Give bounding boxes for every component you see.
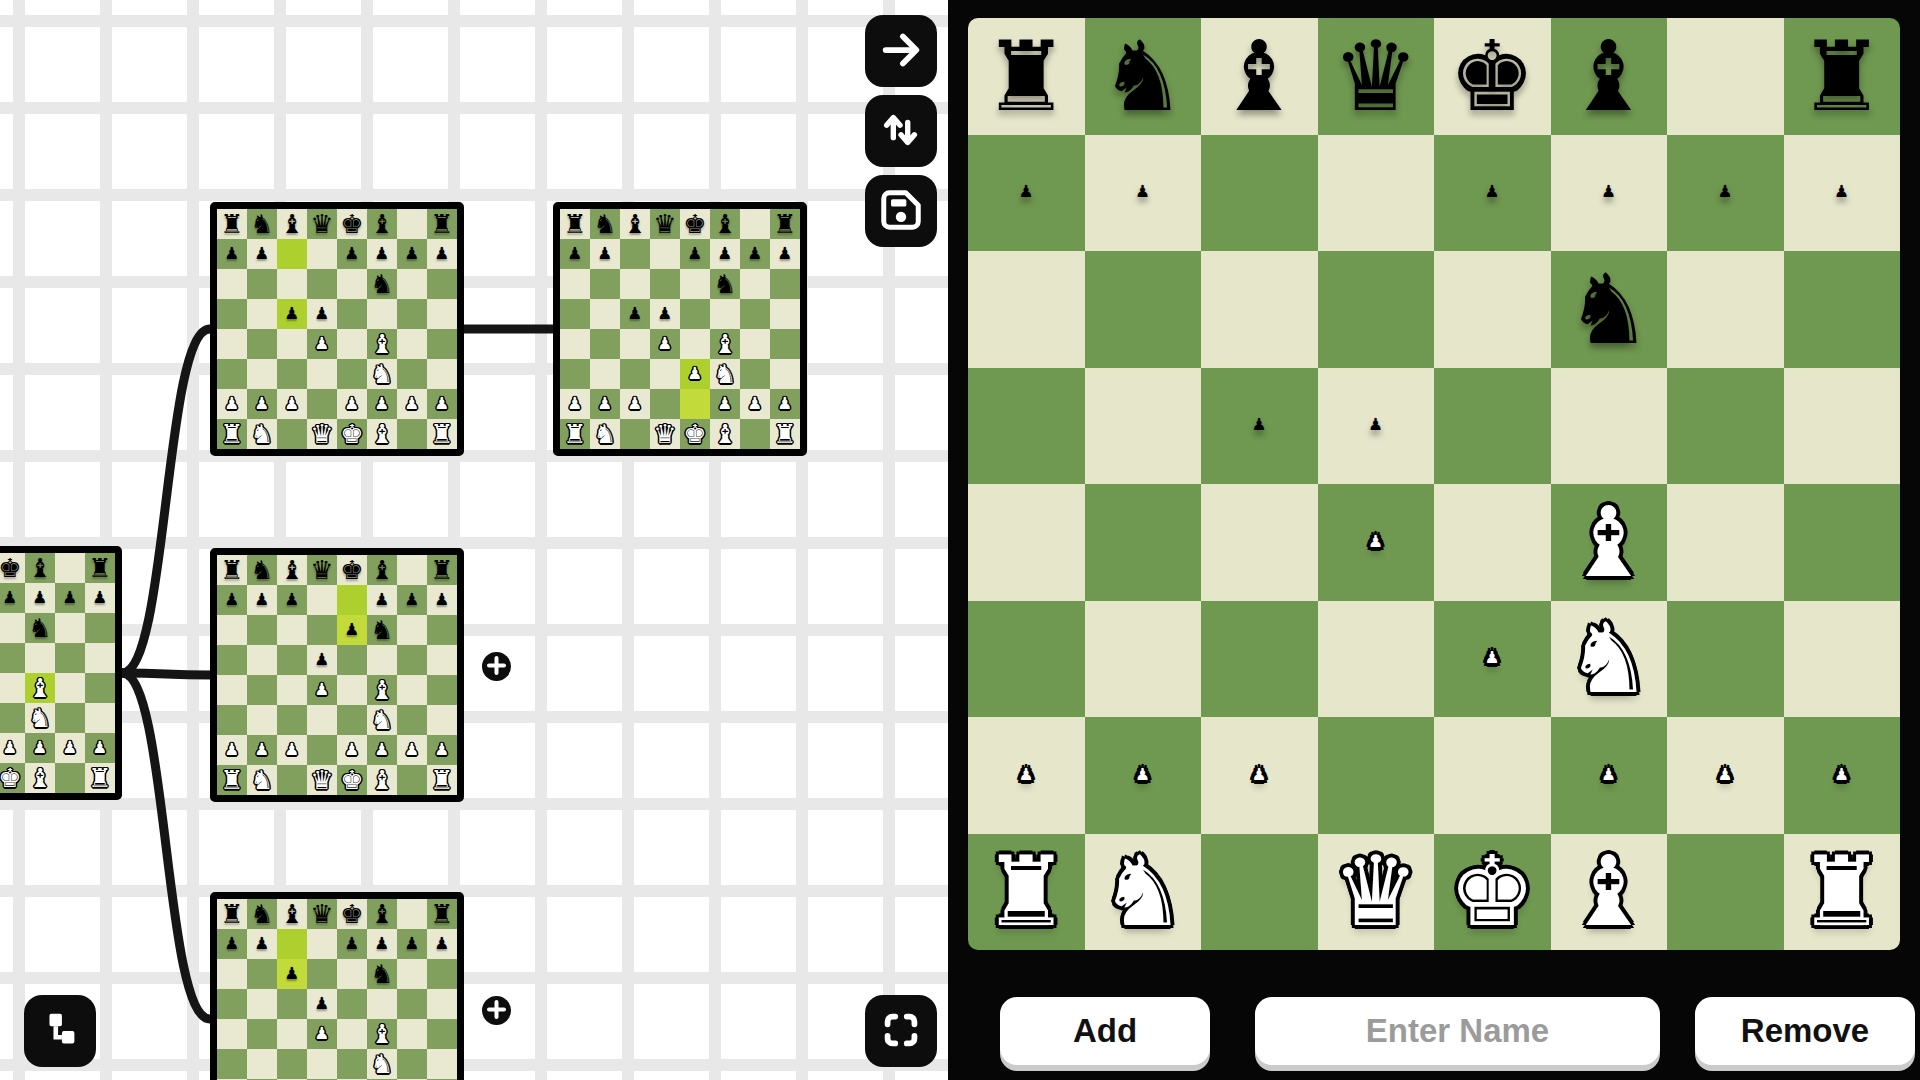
tree-edge-root-c5 — [122, 329, 210, 673]
mini-square: ♚ — [337, 765, 367, 795]
mini-square — [25, 643, 55, 673]
white-pawn: ♟ — [628, 396, 643, 413]
white-pawn: ♟ — [1368, 534, 1383, 551]
black-king: ♚ — [340, 901, 363, 927]
mini-square — [247, 645, 277, 675]
mini-square: ♝ — [277, 899, 307, 929]
black-pawn: ♟ — [435, 592, 450, 609]
black-knight: ♞ — [1565, 261, 1652, 358]
mini-square — [337, 675, 367, 705]
mini-square: ♜ — [85, 763, 115, 793]
mini-square — [740, 299, 770, 329]
mini-square — [0, 643, 25, 673]
black-knight: ♞ — [250, 557, 273, 583]
black-bishop: ♝ — [280, 557, 303, 583]
mini-square — [337, 359, 367, 389]
tree-node-board-root[interactable]: ♜♞♝♛♚♝♜♟♟♟♟♟♟♟♞♟♟♝♞♟♟♟♟♟♟♟♜♞♛♚♝♜ — [0, 546, 122, 800]
white-knight: ♞ — [1565, 610, 1652, 707]
white-rook: ♜ — [220, 421, 243, 447]
black-pawn: ♟ — [93, 590, 108, 607]
square-c2[interactable]: ♟ — [1201, 717, 1318, 834]
square-g4[interactable] — [1667, 484, 1784, 601]
mini-square: ♟ — [247, 239, 277, 269]
mini-square — [427, 1049, 457, 1079]
black-pawn: ♟ — [405, 246, 420, 263]
mini-square: ♞ — [247, 419, 277, 449]
mini-square: ♟ — [397, 929, 427, 959]
mini-square — [307, 735, 337, 765]
mini-square — [337, 329, 367, 359]
black-king: ♚ — [1449, 28, 1536, 125]
mini-square — [620, 359, 650, 389]
mini-square: ♟ — [397, 735, 427, 765]
mini-square — [55, 703, 85, 733]
mini-square: ♟ — [85, 733, 115, 763]
square-b3[interactable] — [1085, 601, 1202, 718]
mini-square: ♚ — [337, 555, 367, 585]
mini-square — [397, 269, 427, 299]
mini-square: ♝ — [367, 1019, 397, 1049]
square-h3[interactable] — [1784, 601, 1901, 718]
square-d7[interactable] — [1318, 135, 1435, 252]
square-h6[interactable] — [1784, 251, 1901, 368]
square-b7[interactable]: ♟ — [1085, 135, 1202, 252]
mini-square: ♟ — [277, 959, 307, 989]
square-d3[interactable] — [1318, 601, 1435, 718]
white-pawn: ♟ — [1601, 767, 1616, 784]
mini-square: ♟ — [427, 585, 457, 615]
mini-square — [680, 269, 710, 299]
black-pawn: ♟ — [315, 652, 330, 669]
square-f3[interactable]: ♞ — [1551, 601, 1668, 718]
plus-icon — [482, 995, 511, 1027]
mini-square: ♞ — [710, 359, 740, 389]
white-bishop: ♝ — [370, 421, 393, 447]
remove-button[interactable]: Remove — [1695, 997, 1915, 1065]
black-pawn: ♟ — [285, 966, 300, 983]
square-c8[interactable]: ♝ — [1201, 18, 1318, 135]
square-e2[interactable] — [1434, 717, 1551, 834]
mini-square: ♟ — [337, 239, 367, 269]
mini-square — [397, 359, 427, 389]
mini-square — [0, 613, 25, 643]
square-f5[interactable] — [1551, 368, 1668, 485]
mini-square: ♟ — [770, 239, 800, 269]
square-g7[interactable]: ♟ — [1667, 135, 1784, 252]
black-pawn: ♟ — [658, 306, 673, 323]
mini-square: ♝ — [620, 209, 650, 239]
square-b8[interactable]: ♞ — [1085, 18, 1202, 135]
square-g1[interactable] — [1667, 834, 1784, 951]
focus-frame-button[interactable] — [865, 995, 937, 1067]
white-pawn: ♟ — [375, 396, 390, 413]
mini-square: ♟ — [427, 239, 457, 269]
mini-square — [247, 615, 277, 645]
square-e4[interactable] — [1434, 484, 1551, 601]
white-pawn: ♟ — [255, 742, 270, 759]
square-a5[interactable] — [968, 368, 1085, 485]
mini-square: ♟ — [397, 239, 427, 269]
white-pawn: ♟ — [285, 742, 300, 759]
mini-square: ♟ — [397, 389, 427, 419]
square-c1[interactable] — [1201, 834, 1318, 951]
square-f2[interactable]: ♟ — [1551, 717, 1668, 834]
mini-square: ♜ — [770, 209, 800, 239]
white-rook: ♜ — [773, 421, 796, 447]
black-rook: ♜ — [430, 557, 453, 583]
square-b2[interactable]: ♟ — [1085, 717, 1202, 834]
square-d8[interactable]: ♛ — [1318, 18, 1435, 135]
square-d4[interactable]: ♟ — [1318, 484, 1435, 601]
mini-square: ♝ — [277, 555, 307, 585]
mini-square — [397, 299, 427, 329]
white-bishop: ♝ — [370, 677, 393, 703]
white-knight: ♞ — [370, 707, 393, 733]
mini-square — [397, 555, 427, 585]
mini-square — [277, 269, 307, 299]
black-king: ♚ — [340, 557, 363, 583]
square-e7[interactable]: ♟ — [1434, 135, 1551, 252]
mini-square: ♝ — [367, 765, 397, 795]
square-b4[interactable] — [1085, 484, 1202, 601]
mini-square: ♟ — [85, 583, 115, 613]
white-rook: ♜ — [220, 767, 243, 793]
mini-square: ♟ — [307, 299, 337, 329]
mini-square — [427, 359, 457, 389]
tree-overview-button[interactable] — [24, 995, 96, 1067]
swap-vertical-button[interactable] — [865, 95, 937, 167]
mini-square — [307, 1049, 337, 1079]
mini-square — [427, 269, 457, 299]
black-knight: ♞ — [1099, 28, 1186, 125]
white-knight: ♞ — [370, 1051, 393, 1077]
main-board[interactable]: ♜♞♝♛♚♝♜♟♟♟♟♟♟♞♟♟♟♝♟♞♟♟♟♟♟♟♜♞♛♚♝♜ — [968, 18, 1900, 950]
add-child-node-button[interactable] — [482, 996, 511, 1025]
black-pawn: ♟ — [568, 246, 583, 263]
white-pawn: ♟ — [285, 396, 300, 413]
editor-action-bar: Add Remove — [948, 950, 1920, 1080]
black-knight: ♞ — [370, 271, 393, 297]
square-g3[interactable] — [1667, 601, 1784, 718]
mini-square — [85, 673, 115, 703]
mini-square: ♟ — [0, 733, 25, 763]
black-pawn: ♟ — [748, 246, 763, 263]
white-rook: ♜ — [88, 765, 111, 791]
white-pawn: ♟ — [1485, 650, 1500, 667]
mini-square — [277, 1019, 307, 1049]
white-pawn: ♟ — [688, 366, 703, 383]
black-pawn: ♟ — [255, 246, 270, 263]
white-bishop: ♝ — [370, 1021, 393, 1047]
mini-square — [55, 673, 85, 703]
square-e1[interactable]: ♚ — [1434, 834, 1551, 951]
mini-square — [397, 615, 427, 645]
square-a7[interactable]: ♟ — [968, 135, 1085, 252]
white-bishop: ♝ — [1565, 843, 1652, 940]
board-editor-panel: ♜♞♝♛♚♝♜♟♟♟♟♟♟♞♟♟♟♝♟♞♟♟♟♟♟♟♜♞♛♚♝♜ Add Rem… — [948, 0, 1920, 1080]
square-h4[interactable] — [1784, 484, 1901, 601]
mini-square — [277, 645, 307, 675]
mini-square — [247, 959, 277, 989]
mini-square — [770, 269, 800, 299]
white-pawn: ♟ — [1718, 767, 1733, 784]
mini-square — [397, 1019, 427, 1049]
white-pawn: ♟ — [375, 742, 390, 759]
mini-square: ♝ — [710, 209, 740, 239]
mini-square — [55, 763, 85, 793]
black-bishop: ♝ — [713, 211, 736, 237]
square-d1[interactable]: ♛ — [1318, 834, 1435, 951]
mini-square — [247, 989, 277, 1019]
mini-square — [427, 705, 457, 735]
mini-square — [247, 1019, 277, 1049]
black-pawn: ♟ — [628, 306, 643, 323]
mini-square: ♟ — [680, 239, 710, 269]
square-c5[interactable]: ♟ — [1201, 368, 1318, 485]
mini-square: ♟ — [307, 645, 337, 675]
add-button[interactable]: Add — [1000, 997, 1210, 1065]
mini-square — [277, 419, 307, 449]
square-f8[interactable]: ♝ — [1551, 18, 1668, 135]
white-bishop: ♝ — [370, 331, 393, 357]
mini-square: ♜ — [427, 419, 457, 449]
square-c3[interactable] — [1201, 601, 1318, 718]
square-a8[interactable]: ♜ — [968, 18, 1085, 135]
mini-square — [397, 645, 427, 675]
square-b5[interactable] — [1085, 368, 1202, 485]
square-d6[interactable] — [1318, 251, 1435, 368]
mini-square — [277, 989, 307, 1019]
mini-square — [247, 1049, 277, 1079]
white-pawn: ♟ — [225, 742, 240, 759]
mini-square — [217, 615, 247, 645]
black-pawn: ♟ — [1834, 184, 1849, 201]
mini-square: ♟ — [650, 329, 680, 359]
white-knight: ♞ — [370, 361, 393, 387]
black-bishop: ♝ — [623, 211, 646, 237]
mini-square: ♟ — [277, 389, 307, 419]
black-rook: ♜ — [430, 211, 453, 237]
white-queen: ♛ — [310, 421, 333, 447]
mini-square: ♝ — [710, 329, 740, 359]
mini-square — [217, 675, 247, 705]
focus-frame-icon — [878, 1007, 924, 1056]
white-king: ♚ — [1449, 843, 1536, 940]
black-pawn: ♟ — [345, 246, 360, 263]
mini-square: ♟ — [307, 675, 337, 705]
save-icon — [878, 187, 924, 236]
white-queen: ♛ — [310, 767, 333, 793]
square-b1[interactable]: ♞ — [1085, 834, 1202, 951]
square-g6[interactable] — [1667, 251, 1784, 368]
mini-square — [337, 585, 367, 615]
white-pawn: ♟ — [435, 396, 450, 413]
square-f4[interactable]: ♝ — [1551, 484, 1668, 601]
mini-square: ♜ — [217, 899, 247, 929]
square-f6[interactable]: ♞ — [1551, 251, 1668, 368]
square-g2[interactable]: ♟ — [1667, 717, 1784, 834]
mini-square: ♚ — [680, 209, 710, 239]
mini-square — [337, 1019, 367, 1049]
mini-square — [590, 359, 620, 389]
mini-square: ♛ — [307, 419, 337, 449]
mini-square: ♝ — [367, 329, 397, 359]
mini-square — [307, 585, 337, 615]
white-king: ♚ — [340, 421, 363, 447]
mini-square — [337, 299, 367, 329]
black-pawn: ♟ — [225, 246, 240, 263]
mini-square — [307, 959, 337, 989]
mini-square: ♜ — [560, 209, 590, 239]
arrow-right-button[interactable] — [865, 15, 937, 87]
black-rook: ♜ — [220, 211, 243, 237]
white-pawn: ♟ — [405, 742, 420, 759]
black-rook: ♜ — [563, 211, 586, 237]
square-e3[interactable]: ♟ — [1434, 601, 1551, 718]
mini-square: ♟ — [217, 389, 247, 419]
tree-node-board-c6[interactable]: ♜♞♝♛♚♝♜♟♟♟♟♟♟♟♞♟♟♝♞♟♟♟♟♟♟♟♜♞♛♚♝♜ — [210, 892, 464, 1080]
mini-square — [427, 299, 457, 329]
mini-square: ♟ — [367, 735, 397, 765]
mini-square: ♜ — [427, 209, 457, 239]
black-pawn: ♟ — [435, 936, 450, 953]
mini-square — [710, 299, 740, 329]
tree-edge-root-c6 — [122, 673, 210, 1019]
black-rook: ♜ — [220, 901, 243, 927]
square-g5[interactable] — [1667, 368, 1784, 485]
square-e8[interactable]: ♚ — [1434, 18, 1551, 135]
mini-square — [427, 675, 457, 705]
mini-square — [620, 239, 650, 269]
mini-square — [367, 989, 397, 1019]
mini-square: ♟ — [337, 615, 367, 645]
square-a3[interactable] — [968, 601, 1085, 718]
black-pawn: ♟ — [598, 246, 613, 263]
square-e5[interactable] — [1434, 368, 1551, 485]
square-f7[interactable]: ♟ — [1551, 135, 1668, 252]
mini-square: ♝ — [25, 763, 55, 793]
black-pawn: ♟ — [225, 936, 240, 953]
mini-square: ♝ — [367, 675, 397, 705]
mini-square: ♟ — [710, 389, 740, 419]
plus-icon — [482, 651, 511, 683]
mini-square — [217, 1049, 247, 1079]
mini-square — [367, 299, 397, 329]
mini-square: ♛ — [307, 765, 337, 795]
square-g8[interactable] — [1667, 18, 1784, 135]
square-d5[interactable]: ♟ — [1318, 368, 1435, 485]
mini-square — [740, 209, 770, 239]
square-h5[interactable] — [1784, 368, 1901, 485]
mini-square: ♞ — [25, 613, 55, 643]
square-a4[interactable] — [968, 484, 1085, 601]
mini-square — [770, 359, 800, 389]
square-d2[interactable] — [1318, 717, 1435, 834]
white-knight: ♞ — [713, 361, 736, 387]
square-c7[interactable] — [1201, 135, 1318, 252]
mini-square: ♛ — [650, 209, 680, 239]
mini-square: ♟ — [307, 1019, 337, 1049]
mini-square: ♞ — [247, 899, 277, 929]
black-king: ♚ — [0, 555, 22, 581]
tree-edge-root-e6 — [122, 673, 210, 675]
black-knight: ♞ — [250, 901, 273, 927]
white-queen: ♛ — [653, 421, 676, 447]
mini-square — [590, 269, 620, 299]
square-h1[interactable]: ♜ — [1784, 834, 1901, 951]
mini-square — [217, 959, 247, 989]
mini-square: ♟ — [620, 299, 650, 329]
square-f1[interactable]: ♝ — [1551, 834, 1668, 951]
mini-square — [560, 269, 590, 299]
white-king: ♚ — [340, 767, 363, 793]
mini-square — [217, 645, 247, 675]
mini-square — [277, 329, 307, 359]
white-pawn: ♟ — [93, 740, 108, 757]
name-input[interactable] — [1255, 997, 1660, 1065]
white-pawn: ♟ — [345, 396, 360, 413]
mini-square: ♟ — [680, 359, 710, 389]
square-e6[interactable] — [1434, 251, 1551, 368]
mini-square — [307, 269, 337, 299]
mini-square — [247, 299, 277, 329]
add-child-node-button[interactable] — [482, 652, 511, 681]
black-rook: ♜ — [220, 557, 243, 583]
mini-square: ♟ — [770, 389, 800, 419]
tree-node-board-e3[interactable]: ♜♞♝♛♚♝♜♟♟♟♟♟♟♞♟♟♟♝♟♞♟♟♟♟♟♟♜♞♛♚♝♜ — [553, 202, 807, 456]
black-pawn: ♟ — [1135, 184, 1150, 201]
square-c4[interactable] — [1201, 484, 1318, 601]
white-rook: ♜ — [430, 421, 453, 447]
mini-square: ♟ — [650, 299, 680, 329]
white-pawn: ♟ — [718, 396, 733, 413]
arrow-right-icon — [878, 27, 924, 76]
mini-square — [307, 239, 337, 269]
mini-square: ♟ — [277, 735, 307, 765]
black-rook: ♜ — [1798, 28, 1885, 125]
mini-square — [427, 645, 457, 675]
black-pawn: ♟ — [285, 592, 300, 609]
save-button[interactable] — [865, 175, 937, 247]
tree-node-board-c5[interactable]: ♜♞♝♛♚♝♜♟♟♟♟♟♟♞♟♟♟♝♞♟♟♟♟♟♟♟♜♞♛♚♝♜ — [210, 202, 464, 456]
square-a1[interactable]: ♜ — [968, 834, 1085, 951]
black-queen: ♛ — [310, 557, 333, 583]
mini-square — [247, 675, 277, 705]
mini-square — [427, 989, 457, 1019]
tree-node-board-e6[interactable]: ♜♞♝♛♚♝♜♟♟♟♟♟♟♟♞♟♟♝♞♟♟♟♟♟♟♟♜♞♛♚♝♜ — [210, 548, 464, 802]
mini-square: ♝ — [367, 899, 397, 929]
white-rook: ♜ — [1798, 843, 1885, 940]
square-h8[interactable]: ♜ — [1784, 18, 1901, 135]
mini-square — [277, 705, 307, 735]
mini-square — [427, 615, 457, 645]
white-pawn: ♟ — [435, 742, 450, 759]
square-c6[interactable] — [1201, 251, 1318, 368]
square-b6[interactable] — [1085, 251, 1202, 368]
black-pawn: ♟ — [255, 936, 270, 953]
white-bishop: ♝ — [713, 331, 736, 357]
square-h2[interactable]: ♟ — [1784, 717, 1901, 834]
square-a6[interactable] — [968, 251, 1085, 368]
mini-square — [217, 989, 247, 1019]
mini-square — [770, 329, 800, 359]
black-knight: ♞ — [713, 271, 736, 297]
square-a2[interactable]: ♟ — [968, 717, 1085, 834]
mini-square — [397, 765, 427, 795]
square-h7[interactable]: ♟ — [1784, 135, 1901, 252]
black-pawn: ♟ — [718, 246, 733, 263]
mini-square: ♟ — [247, 929, 277, 959]
